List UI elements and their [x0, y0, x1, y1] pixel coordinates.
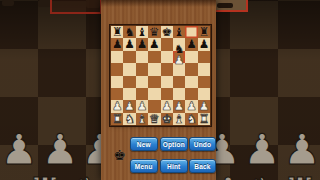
bg-white-pawn-icon: ♟: [243, 129, 281, 171]
square-d3[interactable]: [148, 88, 160, 100]
white-pawn-piece: ♟: [112, 100, 123, 112]
white-bishop-piece: ♝: [174, 113, 185, 125]
bg-highlight-square: [212, 0, 248, 12]
square-c4[interactable]: [136, 76, 148, 88]
white-knight-piece: ♞: [186, 113, 197, 125]
white-pawn-piece: ♟: [174, 100, 185, 112]
bg-piece-bottom-sliver: [2, 0, 14, 6]
bg-piece-base: [217, 3, 233, 8]
bg-white-rook-icon: ♜: [27, 172, 63, 180]
square-a6[interactable]: [111, 51, 123, 63]
square-g2[interactable]: ♟: [185, 100, 197, 112]
white-pawn-piece: ♟: [186, 100, 197, 112]
square-e8[interactable]: ♚: [161, 26, 173, 38]
square-d1[interactable]: ♛: [148, 113, 160, 125]
black-pawn-piece: ♟: [199, 38, 210, 50]
square-a4[interactable]: [111, 76, 123, 88]
square-d5[interactable]: [148, 63, 160, 75]
square-c7[interactable]: ♟: [136, 38, 148, 50]
black-king-piece: ♚: [161, 26, 172, 38]
square-h6[interactable]: [198, 51, 210, 63]
square-f6[interactable]: ♟: [173, 51, 185, 63]
undo-button[interactable]: Undo: [189, 137, 216, 151]
square-a5[interactable]: [111, 63, 123, 75]
bg-white-rook-icon: ♜: [282, 172, 318, 180]
white-pawn-piece: ♟: [199, 100, 210, 112]
square-h2[interactable]: ♟: [198, 100, 210, 112]
square-c1[interactable]: ♝: [136, 113, 148, 125]
square-f7[interactable]: ♞: [173, 38, 185, 50]
menu-button[interactable]: Menu: [130, 159, 158, 173]
chess-board: ♜♞♝♛♚♝♜♟♟♟♟♞♟♟♟♟♟♟♟♟♟♟♜♞♝♛♚♝♞♜: [111, 26, 210, 125]
white-pawn-piece: ♟: [137, 100, 148, 112]
square-e4[interactable]: [161, 76, 173, 88]
square-b7[interactable]: ♟: [123, 38, 135, 50]
white-pawn-piece: ♟: [124, 100, 135, 112]
square-g7[interactable]: ♟: [185, 38, 197, 50]
square-f2[interactable]: ♟: [173, 100, 185, 112]
black-pawn-piece: ♟: [186, 38, 197, 50]
new-button[interactable]: New: [130, 137, 158, 151]
black-bishop-piece: ♝: [174, 26, 185, 38]
square-h1[interactable]: ♜: [198, 113, 210, 125]
white-rook-piece: ♜: [199, 113, 210, 125]
square-a2[interactable]: ♟: [111, 100, 123, 112]
square-d7[interactable]: ♟: [148, 38, 160, 50]
white-pawn-piece: ♟: [161, 100, 172, 112]
black-pawn-piece: ♟: [149, 38, 160, 50]
square-g4[interactable]: [185, 76, 197, 88]
video-frame: ♟♟♟♟♟♟♜♞♝♞♜ ♜♞♝♛♚♝♜♟♟♟♟♞♟♟♟♟♟♟♟♟♟♟♜♞♝♛♚♝…: [0, 0, 320, 180]
white-rook-piece: ♜: [112, 113, 123, 125]
bg-white-pawn-icon: ♟: [0, 129, 38, 171]
square-b1[interactable]: ♞: [123, 113, 135, 125]
square-h5[interactable]: [198, 63, 210, 75]
square-e1[interactable]: ♚: [161, 113, 173, 125]
black-king-turn-icon: ♚: [112, 147, 127, 163]
square-f4[interactable]: [173, 76, 185, 88]
white-pawn-piece: ♟: [174, 54, 185, 66]
white-bishop-piece: ♝: [137, 113, 148, 125]
chess-app-screen: ♜♞♝♛♚♝♜♟♟♟♟♞♟♟♟♟♟♟♟♟♟♟♜♞♝♛♚♝♞♜ ♚ New Opt…: [101, 0, 216, 180]
back-button[interactable]: Back: [189, 159, 216, 173]
square-f8[interactable]: ♝: [173, 26, 185, 38]
square-f1[interactable]: ♝: [173, 113, 185, 125]
square-a1[interactable]: ♜: [111, 113, 123, 125]
white-knight-piece: ♞: [124, 113, 135, 125]
square-h7[interactable]: ♟: [198, 38, 210, 50]
square-e7[interactable]: [161, 38, 173, 50]
square-b6[interactable]: [123, 51, 135, 63]
square-g5[interactable]: [185, 63, 197, 75]
black-pawn-piece: ♟: [124, 38, 135, 50]
square-b2[interactable]: ♟: [123, 100, 135, 112]
black-pawn-piece: ♟: [112, 38, 123, 50]
square-e5[interactable]: [161, 63, 173, 75]
square-d6[interactable]: [148, 51, 160, 63]
bg-white-pawn-icon: ♟: [41, 129, 79, 171]
bg-white-pawn-icon: ♟: [283, 129, 320, 171]
square-b5[interactable]: [123, 63, 135, 75]
square-d2[interactable]: [148, 100, 160, 112]
white-king-piece: ♚: [161, 113, 172, 125]
square-h4[interactable]: [198, 76, 210, 88]
square-c2[interactable]: ♟: [136, 100, 148, 112]
bg-white-knight-icon: ♞: [245, 172, 281, 180]
square-e2[interactable]: ♟: [161, 100, 173, 112]
square-a7[interactable]: ♟: [111, 38, 123, 50]
white-queen-piece: ♛: [149, 113, 160, 125]
square-g1[interactable]: ♞: [185, 113, 197, 125]
option-button[interactable]: Option: [160, 137, 188, 151]
bg-highlight-square-left: [50, 0, 102, 14]
square-b4[interactable]: [123, 76, 135, 88]
square-e6[interactable]: [161, 51, 173, 63]
black-pawn-piece: ♟: [137, 38, 148, 50]
square-d4[interactable]: [148, 76, 160, 88]
square-c6[interactable]: [136, 51, 148, 63]
hint-button[interactable]: Hint: [160, 159, 188, 173]
square-c5[interactable]: [136, 63, 148, 75]
square-g6[interactable]: [185, 51, 197, 63]
